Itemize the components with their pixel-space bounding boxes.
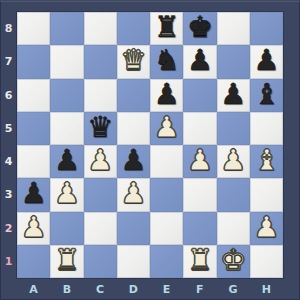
square-f6[interactable] — [183, 79, 216, 112]
black-pawn-d4: ♟ — [120, 146, 146, 175]
square-f7[interactable]: ♟ — [183, 45, 216, 78]
square-a4[interactable] — [17, 145, 50, 178]
square-d5[interactable] — [117, 112, 150, 145]
rank-label-3: 3 — [0, 178, 17, 211]
white-rook-b1: ♜ — [54, 246, 80, 275]
square-c3[interactable] — [84, 178, 117, 211]
square-g6[interactable]: ♟ — [217, 79, 250, 112]
rank-label-2: 2 — [0, 212, 17, 245]
square-e3[interactable] — [150, 178, 183, 211]
square-h1[interactable] — [250, 245, 283, 278]
black-pawn-g6: ♟ — [220, 80, 246, 109]
square-b4[interactable]: ♟ — [50, 145, 83, 178]
square-e1[interactable] — [150, 245, 183, 278]
square-d8[interactable] — [117, 12, 150, 45]
rank-label-7: 7 — [0, 45, 17, 78]
file-label-a: A — [17, 279, 50, 300]
square-h7[interactable]: ♟ — [250, 45, 283, 78]
rank-label-5: 5 — [0, 112, 17, 145]
square-b2[interactable] — [50, 212, 83, 245]
rank-label-4: 4 — [0, 145, 17, 178]
square-g4[interactable]: ♟ — [217, 145, 250, 178]
square-h8[interactable] — [250, 12, 283, 45]
white-rook-f1: ♜ — [187, 246, 213, 275]
black-knight-e7: ♞ — [154, 46, 180, 75]
square-h5[interactable] — [250, 112, 283, 145]
square-e4[interactable] — [150, 145, 183, 178]
square-a6[interactable] — [17, 79, 50, 112]
square-b8[interactable] — [50, 12, 83, 45]
file-label-h: H — [250, 279, 283, 300]
file-label-f: F — [183, 279, 216, 300]
black-queen-c5: ♛ — [87, 113, 113, 142]
square-a5[interactable] — [17, 112, 50, 145]
square-c2[interactable] — [84, 212, 117, 245]
square-f4[interactable]: ♟ — [183, 145, 216, 178]
white-pawn-g4: ♟ — [220, 146, 246, 175]
black-pawn-f7: ♟ — [187, 46, 213, 75]
square-a2[interactable]: ♟ — [17, 212, 50, 245]
square-h6[interactable]: ♝ — [250, 79, 283, 112]
black-king-f8: ♚ — [187, 13, 213, 42]
black-pawn-a3: ♟ — [21, 179, 47, 208]
white-pawn-h2: ♟ — [253, 213, 279, 242]
square-d7[interactable]: ♛ — [117, 45, 150, 78]
white-king-g1: ♚ — [220, 246, 246, 275]
square-c4[interactable]: ♟ — [84, 145, 117, 178]
chess-diagram-frame: ♜♚♛♞♟♟♟♟♝♛♟♟♟♟♟♟♝♟♟♟♟♟♜♜♚ 87654321 ABCDE… — [0, 0, 300, 300]
square-c7[interactable] — [84, 45, 117, 78]
square-f2[interactable] — [183, 212, 216, 245]
square-b1[interactable]: ♜ — [50, 245, 83, 278]
square-d6[interactable] — [117, 79, 150, 112]
square-d2[interactable] — [117, 212, 150, 245]
square-f3[interactable] — [183, 178, 216, 211]
square-d3[interactable]: ♟ — [117, 178, 150, 211]
white-queen-d7: ♛ — [120, 46, 146, 75]
square-g7[interactable] — [217, 45, 250, 78]
square-e5[interactable]: ♟ — [150, 112, 183, 145]
white-pawn-e5: ♟ — [154, 113, 180, 142]
square-e8[interactable]: ♜ — [150, 12, 183, 45]
square-c1[interactable] — [84, 245, 117, 278]
square-c6[interactable] — [84, 79, 117, 112]
square-c5[interactable]: ♛ — [84, 112, 117, 145]
file-label-g: G — [217, 279, 250, 300]
square-e7[interactable]: ♞ — [150, 45, 183, 78]
rank-label-6: 6 — [0, 79, 17, 112]
square-b6[interactable] — [50, 79, 83, 112]
square-a1[interactable] — [17, 245, 50, 278]
white-pawn-f4: ♟ — [187, 146, 213, 175]
square-h4[interactable]: ♝ — [250, 145, 283, 178]
square-g5[interactable] — [217, 112, 250, 145]
square-c8[interactable] — [84, 12, 117, 45]
black-rook-e8: ♜ — [154, 13, 180, 42]
square-f1[interactable]: ♜ — [183, 245, 216, 278]
square-f8[interactable]: ♚ — [183, 12, 216, 45]
square-f5[interactable] — [183, 112, 216, 145]
square-b5[interactable] — [50, 112, 83, 145]
square-b3[interactable]: ♟ — [50, 178, 83, 211]
board: ♜♚♛♞♟♟♟♟♝♛♟♟♟♟♟♟♝♟♟♟♟♟♜♜♚ — [17, 12, 283, 278]
square-b7[interactable] — [50, 45, 83, 78]
square-a3[interactable]: ♟ — [17, 178, 50, 211]
black-bishop-h6: ♝ — [253, 80, 279, 109]
square-h2[interactable]: ♟ — [250, 212, 283, 245]
file-label-d: D — [117, 279, 150, 300]
square-a8[interactable] — [17, 12, 50, 45]
black-pawn-e6: ♟ — [154, 80, 180, 109]
white-pawn-c4: ♟ — [87, 146, 113, 175]
square-g8[interactable] — [217, 12, 250, 45]
square-g3[interactable] — [217, 178, 250, 211]
square-d4[interactable]: ♟ — [117, 145, 150, 178]
square-e2[interactable] — [150, 212, 183, 245]
black-pawn-b4: ♟ — [54, 146, 80, 175]
file-label-b: B — [50, 279, 83, 300]
white-pawn-b3: ♟ — [54, 179, 80, 208]
rank-label-8: 8 — [0, 12, 17, 45]
rank-label-1: 1 — [0, 245, 17, 278]
square-h3[interactable] — [250, 178, 283, 211]
file-label-c: C — [84, 279, 117, 300]
square-g2[interactable] — [217, 212, 250, 245]
file-label-e: E — [150, 279, 183, 300]
square-e6[interactable]: ♟ — [150, 79, 183, 112]
square-a7[interactable] — [17, 45, 50, 78]
white-pawn-d3: ♟ — [120, 179, 146, 208]
square-d1[interactable] — [117, 245, 150, 278]
white-bishop-h4: ♝ — [253, 146, 279, 175]
square-g1[interactable]: ♚ — [217, 245, 250, 278]
black-pawn-h7: ♟ — [253, 46, 279, 75]
white-pawn-a2: ♟ — [21, 213, 47, 242]
